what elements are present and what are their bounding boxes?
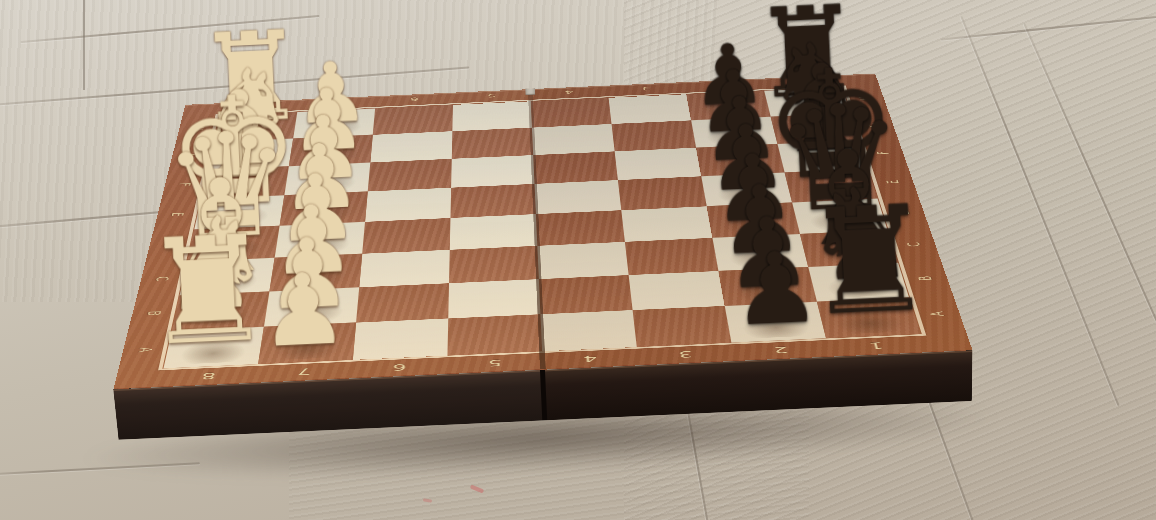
board-front-left-half [113, 370, 545, 440]
perspective-container: ♜♟♟♜♞♟♟♞♝♟♟♝♚♟♟♚♛♟♟♛♝♟♟♝♞♟♟♞♜♟♟♜ 8877665… [1, 0, 1045, 393]
photo-scene: ♜♟♟♜♞♟♟♞♝♟♟♝♚♟♟♚♛♟♟♛♝♟♟♝♞♟♟♞♜♟♟♜ 8877665… [0, 0, 1156, 520]
hinge-gap [525, 88, 535, 95]
chessboard: ♜♟♟♜♞♟♟♞♝♟♟♝♚♟♟♚♛♟♟♛♝♟♟♝♞♟♟♞♜♟♟♜ 8877665… [113, 73, 972, 389]
board-front-hinge-split [540, 370, 547, 421]
